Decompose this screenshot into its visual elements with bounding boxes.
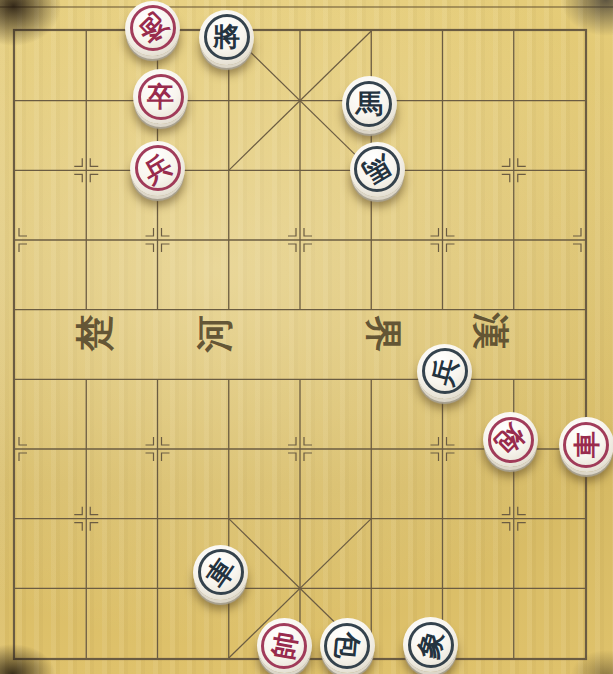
- piece-red-soldier[interactable]: 兵: [130, 141, 185, 196]
- board-point[interactable]: [51, 66, 122, 136]
- board-grid: 炮將卒馬兵馬兵炮車車帥包象: [0, 0, 613, 674]
- board-point[interactable]: [0, 66, 51, 136]
- board-point[interactable]: [336, 205, 407, 275]
- board-point[interactable]: [264, 553, 335, 623]
- board-point[interactable]: [0, 553, 51, 623]
- board-point[interactable]: [264, 0, 335, 66]
- board-point[interactable]: [264, 136, 335, 206]
- board-point[interactable]: [264, 205, 335, 275]
- board-point[interactable]: [51, 205, 122, 275]
- board-point[interactable]: [478, 136, 549, 206]
- board-point[interactable]: [478, 66, 549, 136]
- board-point[interactable]: 車: [193, 553, 264, 623]
- piece-black-horse[interactable]: 馬: [342, 76, 397, 131]
- board-point[interactable]: [193, 275, 264, 345]
- board-point[interactable]: [407, 205, 478, 275]
- piece-glyph: 兵: [411, 338, 478, 405]
- piece-glyph: 車: [559, 417, 613, 472]
- board-point[interactable]: [0, 275, 51, 345]
- board-point[interactable]: 馬: [336, 136, 407, 206]
- piece-glyph: 馬: [340, 132, 415, 207]
- board-point[interactable]: [478, 205, 549, 275]
- board-point[interactable]: 車: [549, 414, 613, 484]
- board-point[interactable]: [407, 66, 478, 136]
- board-point[interactable]: [478, 623, 549, 674]
- board-point[interactable]: [193, 484, 264, 554]
- board-point[interactable]: [122, 553, 193, 623]
- board-point[interactable]: [51, 623, 122, 674]
- piece-red-soldier[interactable]: 卒: [133, 69, 188, 124]
- board-point[interactable]: [549, 66, 613, 136]
- board-point[interactable]: [122, 205, 193, 275]
- piece-black-cannon[interactable]: 包: [320, 618, 375, 673]
- piece-black-horse[interactable]: 馬: [350, 142, 405, 197]
- board-point[interactable]: [549, 0, 613, 66]
- board-point[interactable]: [51, 136, 122, 206]
- board-point[interactable]: [264, 275, 335, 345]
- board-point[interactable]: [549, 623, 613, 674]
- board-point[interactable]: [549, 136, 613, 206]
- piece-black-chariot[interactable]: 車: [193, 545, 248, 600]
- board-point[interactable]: [549, 205, 613, 275]
- board-point[interactable]: [549, 275, 613, 345]
- board-point[interactable]: [51, 344, 122, 414]
- board-point[interactable]: [478, 553, 549, 623]
- piece-glyph: 卒: [133, 69, 188, 124]
- board-point[interactable]: [407, 484, 478, 554]
- xiangqi-board-photo: 楚 河 界 漢 炮將卒馬兵馬兵炮車車帥包象: [0, 0, 613, 674]
- board-point[interactable]: [336, 0, 407, 66]
- piece-glyph: 將: [199, 10, 254, 65]
- board-point[interactable]: [264, 414, 335, 484]
- board-point[interactable]: [193, 414, 264, 484]
- board-point[interactable]: [0, 0, 51, 66]
- board-point[interactable]: 炮: [122, 0, 193, 66]
- board-point[interactable]: [51, 0, 122, 66]
- board-point[interactable]: 兵: [407, 344, 478, 414]
- board-point[interactable]: [407, 275, 478, 345]
- board-point[interactable]: [336, 275, 407, 345]
- board-point[interactable]: [122, 414, 193, 484]
- board-point[interactable]: [478, 275, 549, 345]
- piece-red-cannon[interactable]: 炮: [125, 1, 180, 56]
- board-point[interactable]: [407, 136, 478, 206]
- piece-black-general[interactable]: 將: [199, 10, 254, 65]
- board-point[interactable]: [0, 205, 51, 275]
- board-point[interactable]: [0, 623, 51, 674]
- board-point[interactable]: [478, 0, 549, 66]
- board-point[interactable]: [122, 344, 193, 414]
- board-point[interactable]: [51, 414, 122, 484]
- board-point[interactable]: [193, 136, 264, 206]
- piece-glyph: 帥: [252, 614, 316, 674]
- board-point[interactable]: [193, 344, 264, 414]
- board-point[interactable]: [193, 205, 264, 275]
- board-point[interactable]: [264, 344, 335, 414]
- board-point[interactable]: [549, 484, 613, 554]
- board-point[interactable]: 馬: [336, 66, 407, 136]
- board-point[interactable]: [407, 414, 478, 484]
- board-point[interactable]: [0, 484, 51, 554]
- board-point[interactable]: 象: [407, 623, 478, 674]
- board-point[interactable]: [0, 136, 51, 206]
- piece-glyph: 馬: [342, 76, 397, 131]
- piece-red-chariot[interactable]: 車: [559, 417, 613, 472]
- board-point[interactable]: [51, 275, 122, 345]
- piece-glyph: 炮: [114, 0, 192, 67]
- board-point[interactable]: [51, 553, 122, 623]
- board-point[interactable]: [264, 484, 335, 554]
- board-point[interactable]: [0, 414, 51, 484]
- board-point[interactable]: [549, 344, 613, 414]
- piece-glyph: 兵: [120, 131, 195, 206]
- board-point[interactable]: [264, 66, 335, 136]
- board-point[interactable]: [336, 484, 407, 554]
- board-point[interactable]: 將: [193, 0, 264, 66]
- board-point[interactable]: [122, 623, 193, 674]
- board-point[interactable]: [336, 414, 407, 484]
- board-point[interactable]: [549, 553, 613, 623]
- piece-red-general[interactable]: 帥: [257, 618, 312, 673]
- board-point[interactable]: 炮: [478, 414, 549, 484]
- board-point[interactable]: [336, 344, 407, 414]
- board-point[interactable]: [407, 0, 478, 66]
- board-point[interactable]: 兵: [122, 136, 193, 206]
- board-point[interactable]: 卒: [122, 66, 193, 136]
- board-point[interactable]: 包: [336, 623, 407, 674]
- piece-glyph: 包: [317, 616, 377, 674]
- piece-black-soldier[interactable]: 兵: [417, 344, 472, 399]
- board-point[interactable]: [193, 66, 264, 136]
- board-point[interactable]: [51, 484, 122, 554]
- board-point[interactable]: [478, 484, 549, 554]
- board-point[interactable]: [122, 484, 193, 554]
- board-point[interactable]: [122, 275, 193, 345]
- piece-red-cannon[interactable]: 炮: [483, 412, 538, 467]
- board-point[interactable]: [336, 553, 407, 623]
- piece-black-elephant[interactable]: 象: [403, 617, 458, 672]
- board-point[interactable]: [0, 344, 51, 414]
